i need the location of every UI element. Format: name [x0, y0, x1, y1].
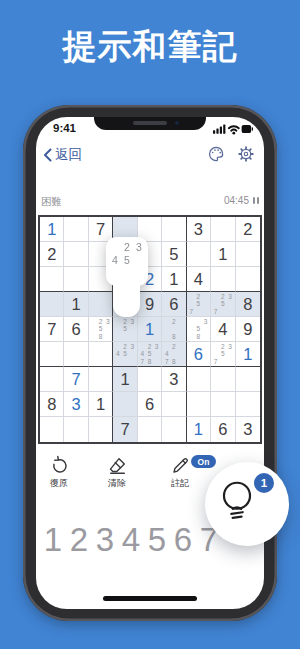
sudoku-cell-r2c2[interactable] — [64, 242, 88, 267]
difficulty-label: 困難 — [41, 195, 61, 209]
sudoku-cell-r6c9[interactable]: 1 — [236, 342, 260, 367]
sudoku-cell-r7c6[interactable]: 3 — [162, 367, 186, 392]
sudoku-cell-r8c6[interactable] — [162, 392, 186, 417]
given-digit: 1 — [169, 270, 178, 289]
palette-icon — [207, 145, 225, 163]
erase-label: 清除 — [108, 477, 126, 490]
notes-on-badge: On — [191, 455, 216, 468]
hint-count-badge: 1 — [254, 473, 274, 493]
status-time: 9:41 — [53, 122, 76, 134]
sudoku-cell-r8c3[interactable]: 1 — [89, 392, 113, 417]
user-digit: 6 — [194, 345, 203, 364]
sudoku-cell-r2c8[interactable]: 1 — [211, 242, 235, 267]
sudoku-cell-r7c9[interactable] — [236, 367, 260, 392]
undo-icon — [49, 455, 70, 476]
given-digit: 1 — [120, 370, 129, 389]
given-digit: 6 — [145, 395, 154, 414]
sudoku-cell-r9c3[interactable] — [89, 417, 113, 442]
sudoku-cell-r8c7[interactable] — [187, 392, 211, 417]
sudoku-cell-r6c4[interactable]: 2345 — [113, 342, 137, 367]
sudoku-cell-r7c3[interactable] — [89, 367, 113, 392]
sudoku-cell-r3c2[interactable] — [64, 267, 88, 292]
sudoku-cell-r4c5[interactable]: 9 — [138, 292, 162, 317]
sudoku-cell-r8c2[interactable]: 3 — [64, 392, 88, 417]
sudoku-cell-r4c1[interactable] — [40, 292, 64, 317]
numpad-6[interactable]: 6 — [170, 521, 196, 559]
given-digit: 7 — [96, 220, 105, 239]
back-label: 返回 — [55, 146, 82, 164]
gear-icon — [237, 145, 255, 163]
sudoku-cell-r5c5[interactable]: 1 — [138, 317, 162, 342]
sudoku-cell-r8c4[interactable] — [113, 392, 137, 417]
sudoku-cell-r4c6[interactable]: 6 — [162, 292, 186, 317]
sudoku-cell-r7c7[interactable] — [187, 367, 211, 392]
sudoku-cell-r5c1[interactable]: 7 — [40, 317, 64, 342]
given-digit: 8 — [243, 295, 252, 314]
sudoku-cell-r4c7[interactable]: 257 — [187, 292, 211, 317]
given-digit: 1 — [218, 245, 227, 264]
sudoku-cell-r4c8[interactable]: 2357 — [211, 292, 235, 317]
notch — [94, 117, 206, 130]
given-digit: 4 — [194, 270, 203, 289]
sudoku-cell-r5c7[interactable]: 358 — [187, 317, 211, 342]
user-digit: 1 — [47, 220, 56, 239]
sudoku-cell-r9c9[interactable]: 3 — [236, 417, 260, 442]
given-digit: 2 — [243, 220, 252, 239]
sudoku-cell-r1c2[interactable] — [64, 217, 88, 242]
given-digit: 6 — [169, 295, 178, 314]
sudoku-cell-r9c5[interactable] — [138, 417, 162, 442]
timer-value: 04:45 — [224, 195, 249, 206]
sudoku-cell-r9c1[interactable] — [40, 417, 64, 442]
given-digit: 1 — [72, 295, 81, 314]
sudoku-board: 1732251214196257235787623582351283584923… — [38, 215, 262, 444]
user-digit: 3 — [72, 395, 81, 414]
sudoku-cell-r3c6[interactable]: 1 — [162, 267, 186, 292]
sudoku-cell-r7c1[interactable] — [40, 367, 64, 392]
sudoku-cell-r1c7[interactable]: 3 — [187, 217, 211, 242]
sudoku-cell-r4c3[interactable] — [89, 292, 113, 317]
given-digit: 3 — [194, 220, 203, 239]
sudoku-cell-r5c8[interactable]: 4 — [211, 317, 235, 342]
number-pad: 1234567 — [40, 521, 222, 559]
sudoku-cell-r2c7[interactable] — [187, 242, 211, 267]
speaker — [133, 121, 167, 125]
sudoku-cell-r5c4[interactable]: 235 — [113, 317, 137, 342]
given-digit: 3 — [243, 420, 252, 439]
user-digit: 1 — [145, 320, 154, 339]
given-digit: 6 — [218, 420, 227, 439]
sudoku-cell-r6c1[interactable] — [40, 342, 64, 367]
lightbulb-icon — [214, 477, 260, 527]
hint-button[interactable]: 1 — [205, 462, 289, 546]
undo-label: 復原 — [50, 477, 68, 490]
sudoku-cell-r4c2[interactable]: 1 — [64, 292, 88, 317]
given-digit: 3 — [169, 370, 178, 389]
user-digit: 1 — [194, 420, 203, 439]
sudoku-cell-r5c6[interactable]: 28 — [162, 317, 186, 342]
sudoku-cell-r2c9[interactable] — [236, 242, 260, 267]
given-digit: 1 — [96, 395, 105, 414]
sudoku-cell-r1c6[interactable] — [162, 217, 186, 242]
timer: 04:45 — [224, 195, 259, 206]
sudoku-cell-r3c8[interactable] — [211, 267, 235, 292]
sudoku-cell-r4c9[interactable]: 8 — [236, 292, 260, 317]
given-digit: 7 — [120, 420, 129, 439]
sudoku-cell-r6c2[interactable] — [64, 342, 88, 367]
sudoku-cell-r6c3[interactable] — [89, 342, 113, 367]
undo-button[interactable]: 復原 — [37, 455, 81, 490]
numpad-1[interactable]: 1 — [40, 521, 66, 559]
sudoku-cell-r7c4[interactable]: 1 — [113, 367, 137, 392]
numpad-5[interactable]: 5 — [144, 521, 170, 559]
sudoku-cell-r1c9[interactable]: 2 — [236, 217, 260, 242]
given-digit: 4 — [218, 320, 227, 339]
app-store-screenshot: 提示和筆記 9:41 — [0, 0, 300, 649]
sudoku-cell-r9c2[interactable] — [64, 417, 88, 442]
sudoku-cell-r5c3[interactable]: 2358 — [89, 317, 113, 342]
numpad-2[interactable]: 2 — [66, 521, 92, 559]
sudoku-cell-r8c1[interactable]: 8 — [40, 392, 64, 417]
sudoku-cell-r9c7[interactable]: 1 — [187, 417, 211, 442]
sudoku-cell-r9c8[interactable]: 6 — [211, 417, 235, 442]
notes-label: 註記 — [171, 477, 189, 490]
sudoku-cell-r6c8[interactable]: 2357 — [211, 342, 235, 367]
numpad-4[interactable]: 4 — [118, 521, 144, 559]
sudoku-cell-r8c8[interactable] — [211, 392, 235, 417]
camera — [175, 121, 180, 126]
sudoku-cell-r3c1[interactable] — [40, 267, 64, 292]
sudoku-cell-r3c9[interactable] — [236, 267, 260, 292]
settings-button[interactable] — [237, 145, 255, 163]
sudoku-cell-r3c7[interactable]: 4 — [187, 267, 211, 292]
pencil-icon — [170, 455, 191, 476]
sudoku-cell-r2c6[interactable]: 5 — [162, 242, 186, 267]
given-digit: 9 — [243, 320, 252, 339]
page-title: 提示和筆記 — [0, 24, 300, 70]
given-digit: 5 — [169, 245, 178, 264]
given-digit: 8 — [47, 395, 56, 414]
sudoku-cell-r6c5[interactable]: 234578 — [138, 342, 162, 367]
sudoku-cell-r1c1[interactable]: 1 — [40, 217, 64, 242]
sudoku-cell-r5c9[interactable]: 9 — [236, 317, 260, 342]
user-digit: 7 — [72, 370, 81, 389]
eraser-icon — [107, 455, 128, 476]
chevron-left-icon — [43, 148, 52, 162]
pause-button[interactable] — [253, 197, 260, 205]
sudoku-cell-r7c8[interactable] — [211, 367, 235, 392]
erase-button[interactable]: 清除 — [95, 455, 139, 490]
home-indicator — [103, 596, 197, 601]
back-button[interactable]: 返回 — [43, 146, 82, 164]
sudoku-cell-r7c2[interactable]: 7 — [64, 367, 88, 392]
sudoku-cell-r8c9[interactable] — [236, 392, 260, 417]
sudoku-cell-r9c4[interactable]: 7 — [113, 417, 137, 442]
sudoku-cell-r2c1[interactable]: 2 — [40, 242, 64, 267]
given-digit: 2 — [47, 245, 56, 264]
signal-wifi-battery-icon — [213, 123, 253, 135]
sudoku-cell-r8c5[interactable]: 6 — [138, 392, 162, 417]
sudoku-cell-r7c5[interactable] — [138, 367, 162, 392]
sudoku-cell-r9c6[interactable] — [162, 417, 186, 442]
given-digit: 7 — [47, 320, 56, 339]
status-icons — [213, 121, 253, 139]
sudoku-cell-r1c8[interactable] — [211, 217, 235, 242]
given-digit: 6 — [72, 320, 81, 339]
sudoku-cell-r6c6[interactable]: 2478 — [162, 342, 186, 367]
sudoku-cell-r5c2[interactable]: 6 — [64, 317, 88, 342]
callout-body: 2345 — [106, 237, 148, 286]
numpad-3[interactable]: 3 — [92, 521, 118, 559]
given-digit: 9 — [145, 295, 154, 314]
theme-button[interactable] — [207, 145, 225, 163]
sudoku-cell-r6c7[interactable]: 6 — [187, 342, 211, 367]
user-digit: 1 — [243, 345, 252, 364]
